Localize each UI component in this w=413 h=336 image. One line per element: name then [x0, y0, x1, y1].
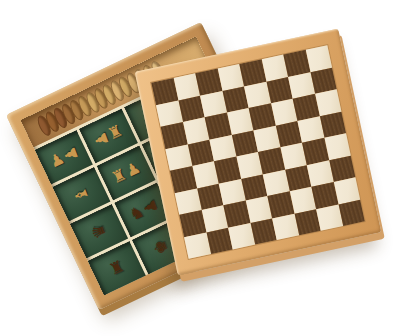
dark-pawn-piece: ♟ [141, 197, 161, 216]
dark-king-piece: ♚ [151, 237, 171, 256]
chessboard-lid [135, 29, 382, 276]
product-photo-wooden-chess-set: ♟♟♟♜♟♝♜♟♝♟♛♞♟♞♜♚♝ [0, 0, 413, 336]
dark-queen-piece: ♛ [89, 222, 109, 241]
board-squares [150, 44, 366, 260]
light-bishop-piece: ♝ [72, 185, 92, 204]
light-pawn-piece: ♟ [61, 144, 81, 163]
board-square-h1 [338, 199, 365, 226]
dark-rook-piece: ♜ [107, 258, 127, 279]
